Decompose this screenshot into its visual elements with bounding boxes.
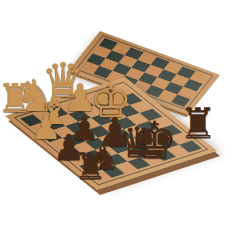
chess-set-photo: ♛♜♞♝♟♟♚♟♟♟♞♜♛♚♜ [0, 0, 228, 228]
